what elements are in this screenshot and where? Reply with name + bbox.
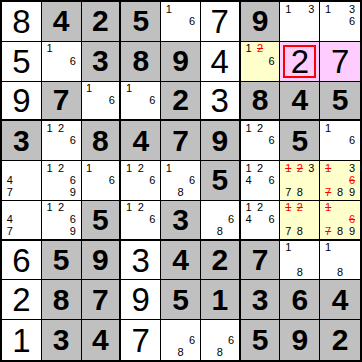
cell-r2c8[interactable]: 2	[280, 42, 320, 82]
given-digit: 4	[332, 285, 349, 315]
cell-r3c2[interactable]: 7	[42, 82, 82, 122]
cell-r4c5[interactable]: 7	[161, 121, 201, 161]
candidate-1: 1	[243, 43, 255, 55]
candidate-6: 6	[147, 174, 159, 186]
cell-r6c6[interactable]: 68	[201, 201, 241, 241]
cell-r7c9[interactable]: 18	[320, 241, 360, 281]
candidate-2: 2	[55, 202, 67, 214]
cell-r5c2[interactable]: 1269	[42, 161, 82, 201]
pencil-marks: 126	[121, 161, 160, 200]
candidate-1: 1	[282, 242, 294, 254]
candidate-8: 8	[294, 187, 306, 199]
candidate-1: 1	[322, 3, 334, 15]
given-digit: 7	[172, 126, 189, 156]
given-digit: 1	[211, 285, 228, 315]
cell-r4c4[interactable]: 4	[121, 121, 161, 161]
pencil-marks: 16	[82, 82, 120, 120]
candidate-3: 3	[346, 3, 358, 15]
cell-r5c8[interactable]: 12378	[280, 161, 320, 201]
cell-r4c1[interactable]: 3	[2, 121, 42, 161]
pencil-marks: 1278	[280, 201, 319, 239]
candidate-6: 6	[67, 174, 79, 186]
sudoku-board: 8425167913136516389412627971616238453126…	[0, 0, 362, 362]
cell-r3c1[interactable]: 9	[2, 82, 42, 122]
cell-r2c6[interactable]: 4	[201, 42, 241, 82]
given-digit: 2	[332, 325, 349, 355]
pencil-marks: 168	[161, 161, 200, 200]
cell-r5c4[interactable]: 126	[121, 161, 161, 201]
cell-r7c1[interactable]: 6	[2, 241, 42, 281]
cell-r6c7[interactable]: 1246	[241, 201, 281, 241]
cell-r6c3[interactable]: 5	[82, 201, 122, 241]
given-digit: 5	[211, 165, 228, 195]
candidate-8: 8	[294, 266, 306, 278]
cell-r2c1[interactable]: 5	[2, 42, 42, 82]
given-digit: 6	[291, 285, 308, 315]
cell-r9c6[interactable]: 68	[201, 320, 241, 360]
pencil-marks: 16	[161, 2, 200, 41]
cell-r8c9[interactable]: 4	[320, 280, 360, 320]
cell-r1c7[interactable]: 9	[241, 2, 281, 42]
given-digit: 5	[92, 205, 109, 235]
candidate-1: 1	[282, 3, 294, 15]
given-digit: 7	[252, 245, 269, 275]
cell-r9c4[interactable]: 7	[121, 320, 161, 360]
pencil-marks: 16	[121, 82, 160, 120]
given-digit: 4	[291, 85, 308, 115]
candidate-9: 9	[346, 226, 358, 238]
candidate-1: 1	[243, 122, 255, 134]
candidate-1: 1	[163, 162, 175, 174]
pencil-marks: 1269	[42, 161, 81, 200]
cell-r5c3[interactable]: 16	[82, 161, 122, 201]
solved-digit: 7	[211, 5, 229, 38]
given-digit: 8	[53, 285, 70, 315]
given-digit: 2	[211, 245, 228, 275]
solved-digit: 1	[12, 324, 30, 357]
cell-r2c9[interactable]: 7	[320, 42, 360, 82]
candidate-1: 1	[44, 202, 56, 214]
candidate-1: 1	[123, 162, 135, 174]
cell-r1c6[interactable]: 7	[201, 2, 241, 42]
given-digit: 5	[332, 85, 349, 115]
cell-r1c1[interactable]: 8	[2, 2, 42, 42]
given-digit: 8	[92, 126, 109, 156]
candidate-3: 3	[306, 3, 318, 15]
pencil-marks: 68	[201, 320, 239, 360]
candidate-1: 1	[322, 242, 334, 254]
cell-r1c4[interactable]: 5	[121, 2, 161, 42]
pencil-marks: 16	[320, 121, 360, 160]
solved-digit: 9	[12, 84, 30, 117]
cell-r2c5[interactable]: 9	[161, 42, 201, 82]
cell-r8c1[interactable]: 2	[2, 280, 42, 320]
solved-digit: 6	[12, 244, 30, 277]
candidate-8: 8	[334, 187, 346, 199]
cell-r1c3[interactable]: 2	[82, 2, 122, 42]
cell-r6c8[interactable]: 1278	[280, 201, 320, 241]
cell-r8c5[interactable]: 5	[161, 280, 201, 320]
candidate-2: 2	[254, 122, 266, 134]
cell-r5c7[interactable]: 1246	[241, 161, 281, 201]
cell-r8c4[interactable]: 9	[121, 280, 161, 320]
pencil-marks: 68	[201, 201, 239, 239]
candidate-2: 2	[55, 122, 67, 134]
candidate-1: 1	[44, 43, 56, 55]
candidate-1-eliminated: 1	[282, 202, 294, 214]
cell-r4c9[interactable]: 16	[320, 121, 360, 161]
given-digit: 9	[291, 325, 308, 355]
cell-r3c8[interactable]: 4	[280, 82, 320, 122]
cell-r9c7[interactable]: 5	[241, 320, 281, 360]
cell-r1c8[interactable]: 13	[280, 2, 320, 42]
given-digit: 3	[252, 285, 269, 315]
candidate-6: 6	[67, 135, 79, 147]
candidate-2-eliminated: 2	[294, 202, 306, 214]
solved-digit: 7	[331, 45, 349, 78]
candidate-1-eliminated: 1	[322, 162, 334, 174]
cell-r6c2[interactable]: 1269	[42, 201, 82, 241]
cell-r3c9[interactable]: 5	[320, 82, 360, 122]
candidate-7: 7	[4, 187, 16, 199]
candidate-2: 2	[254, 162, 266, 174]
cell-r5c9[interactable]: 136789	[320, 161, 360, 201]
pencil-marks: 16789	[320, 201, 360, 239]
cell-r2c7[interactable]: 126	[241, 42, 281, 82]
given-digit: 7	[92, 285, 109, 315]
candidate-2-eliminated: 2	[254, 43, 266, 55]
candidate-6: 6	[346, 15, 358, 27]
candidate-1: 1	[123, 83, 135, 95]
cell-r8c7[interactable]: 3	[241, 280, 281, 320]
candidate-6: 6	[266, 135, 278, 147]
pencil-marks: 13	[280, 2, 319, 41]
given-digit: 4	[172, 245, 189, 275]
cell-r3c5[interactable]: 2	[161, 82, 201, 122]
cell-r7c8[interactable]: 18	[280, 241, 320, 281]
given-digit: 9	[211, 126, 228, 156]
candidate-7-eliminated: 7	[322, 226, 334, 238]
cell-r4c7[interactable]: 126	[241, 121, 281, 161]
solved-digit: 3	[132, 244, 150, 277]
candidate-6: 6	[266, 174, 278, 186]
given-digit: 4	[92, 325, 109, 355]
candidate-4: 4	[243, 174, 255, 186]
candidate-8: 8	[175, 187, 187, 199]
candidate-8: 8	[294, 226, 306, 238]
pencil-marks: 47	[2, 161, 41, 200]
cell-r6c4[interactable]: 126	[121, 201, 161, 241]
pencil-marks: 136	[320, 2, 360, 41]
pencil-marks: 1246	[241, 201, 280, 239]
candidate-1: 1	[44, 162, 56, 174]
candidate-8: 8	[175, 346, 187, 359]
candidate-1: 1	[322, 122, 334, 134]
candidate-2-eliminated: 2	[294, 162, 306, 174]
candidate-3: 3	[346, 162, 358, 174]
candidate-6: 6	[266, 55, 278, 67]
cell-r2c3[interactable]: 3	[82, 42, 122, 82]
cell-r8c8[interactable]: 6	[280, 280, 320, 320]
candidate-1: 1	[163, 3, 175, 15]
solved-digit: 5	[12, 45, 30, 78]
candidate-3: 3	[306, 162, 318, 174]
candidate-6: 6	[266, 214, 278, 226]
candidate-2: 2	[55, 162, 67, 174]
candidate-9: 9	[346, 187, 358, 199]
given-digit: 9	[172, 46, 189, 76]
cell-r3c7[interactable]: 8	[241, 82, 281, 122]
candidate-1: 1	[123, 202, 135, 214]
cell-r9c3[interactable]: 4	[82, 320, 122, 360]
given-digit: 5	[252, 325, 269, 355]
candidate-2: 2	[135, 202, 147, 214]
given-digit: 5	[291, 126, 308, 156]
cell-r5c5[interactable]: 168	[161, 161, 201, 201]
cell-r4c3[interactable]: 8	[82, 121, 122, 161]
candidate-7: 7	[4, 226, 16, 238]
candidate-1: 1	[44, 122, 56, 134]
pencil-marks: 126	[42, 121, 81, 160]
cell-r4c6[interactable]: 9	[201, 121, 241, 161]
candidate-6: 6	[147, 94, 159, 106]
candidate-2: 2	[135, 162, 147, 174]
cell-r9c9[interactable]: 2	[320, 320, 360, 360]
candidate-6: 6	[186, 174, 198, 186]
candidate-1: 1	[84, 83, 95, 95]
candidate-7: 7	[282, 187, 294, 199]
given-digit: 4	[132, 126, 149, 156]
candidate-6: 6	[186, 334, 198, 347]
cell-r7c7[interactable]: 7	[241, 241, 281, 281]
given-digit: 2	[172, 85, 189, 115]
pencil-marks: 18	[280, 241, 319, 280]
cell-r8c2[interactable]: 8	[42, 280, 82, 320]
candidate-6: 6	[147, 214, 159, 226]
cell-r9c8[interactable]: 9	[280, 320, 320, 360]
candidate-7-eliminated: 7	[322, 187, 334, 199]
given-digit: 2	[92, 6, 109, 36]
candidate-4: 4	[243, 214, 255, 226]
given-digit: 5	[172, 285, 189, 315]
cell-r5c6[interactable]: 5	[201, 161, 241, 201]
cell-r4c2[interactable]: 126	[42, 121, 82, 161]
candidate-6: 6	[186, 15, 198, 27]
cell-r1c2[interactable]: 4	[42, 2, 82, 42]
cell-r3c3[interactable]: 16	[82, 82, 122, 122]
candidate-8: 8	[214, 346, 225, 359]
candidate-1: 1	[243, 202, 255, 214]
cell-r9c1[interactable]: 1	[2, 320, 42, 360]
solved-digit: 8	[12, 5, 30, 38]
given-digit: 3	[172, 205, 189, 235]
solved-digit: 2	[12, 283, 30, 316]
pencil-marks: 16	[42, 42, 81, 81]
pencil-marks: 18	[320, 241, 360, 280]
cell-r7c2[interactable]: 5	[42, 241, 82, 281]
cell-r9c5[interactable]: 68	[161, 320, 201, 360]
cell-r3c6[interactable]: 3	[201, 82, 241, 122]
candidate-6: 6	[67, 55, 79, 67]
candidate-1: 1	[243, 162, 255, 174]
cell-r6c5[interactable]: 3	[161, 201, 201, 241]
cell-r2c2[interactable]: 16	[42, 42, 82, 82]
cell-r5c1[interactable]: 47	[2, 161, 42, 201]
cell-r7c6[interactable]: 2	[201, 241, 241, 281]
given-digit: 9	[252, 6, 269, 36]
candidate-6: 6	[106, 94, 117, 106]
candidate-9: 9	[67, 226, 79, 238]
given-digit: 8	[252, 85, 269, 115]
given-digit: 4	[53, 6, 70, 36]
candidate-1-eliminated: 1	[282, 162, 294, 174]
candidate-9: 9	[67, 187, 79, 199]
pencil-marks: 16	[82, 161, 120, 200]
candidate-1-eliminated: 1	[322, 202, 334, 214]
cell-r6c1[interactable]: 47	[2, 201, 42, 241]
pencil-marks: 12378	[280, 161, 319, 200]
cell-r3c4[interactable]: 16	[121, 82, 161, 122]
pencil-marks: 126	[241, 121, 280, 160]
cell-r4c8[interactable]: 5	[280, 121, 320, 161]
given-digit: 3	[53, 325, 70, 355]
candidate-6: 6	[225, 214, 236, 226]
given-digit: 3	[92, 46, 109, 76]
solved-digit: 7	[132, 324, 150, 357]
cell-r7c3[interactable]: 9	[82, 241, 122, 281]
given-digit: 8	[132, 46, 149, 76]
pencil-marks: 1246	[241, 161, 280, 200]
candidate-8: 8	[334, 266, 346, 278]
solved-digit: 3	[211, 84, 229, 117]
candidate-6-eliminated: 6	[346, 174, 358, 186]
cell-r9c2[interactable]: 3	[42, 320, 82, 360]
cell-r8c6[interactable]: 1	[201, 280, 241, 320]
cell-r1c9[interactable]: 136	[320, 2, 360, 42]
candidate-8: 8	[214, 226, 225, 238]
cell-r2c4[interactable]: 8	[121, 42, 161, 82]
pencil-marks: 1269	[42, 201, 81, 239]
pencil-marks: 47	[2, 201, 41, 239]
given-digit: 9	[92, 245, 109, 275]
pencil-marks: 126	[241, 42, 280, 81]
solved-digit: 4	[211, 45, 229, 78]
cell-r8c3[interactable]: 7	[82, 280, 122, 320]
solved-digit: 9	[132, 283, 150, 316]
cell-r7c5[interactable]: 4	[161, 241, 201, 281]
cell-r6c9[interactable]: 16789	[320, 201, 360, 241]
candidate-6: 6	[346, 135, 358, 147]
candidate-1: 1	[84, 162, 95, 174]
candidate-8: 8	[334, 226, 346, 238]
given-digit: 5	[53, 245, 70, 275]
cell-r1c5[interactable]: 16	[161, 2, 201, 42]
pencil-marks: 136789	[320, 161, 360, 200]
given-digit: 7	[53, 85, 70, 115]
candidate-6: 6	[106, 174, 117, 186]
solved-digit: 2	[291, 45, 309, 78]
candidate-4: 4	[4, 174, 16, 186]
candidate-6: 6	[67, 214, 79, 226]
cell-r7c4[interactable]: 3	[121, 241, 161, 281]
pencil-marks: 126	[121, 201, 160, 239]
given-digit: 3	[13, 126, 30, 156]
candidate-7: 7	[282, 226, 294, 238]
given-digit: 5	[132, 6, 149, 36]
candidate-2: 2	[254, 202, 266, 214]
candidate-6: 6	[225, 334, 236, 347]
candidate-4: 4	[4, 214, 16, 226]
pencil-marks: 68	[161, 320, 200, 360]
candidate-6-eliminated: 6	[346, 214, 358, 226]
